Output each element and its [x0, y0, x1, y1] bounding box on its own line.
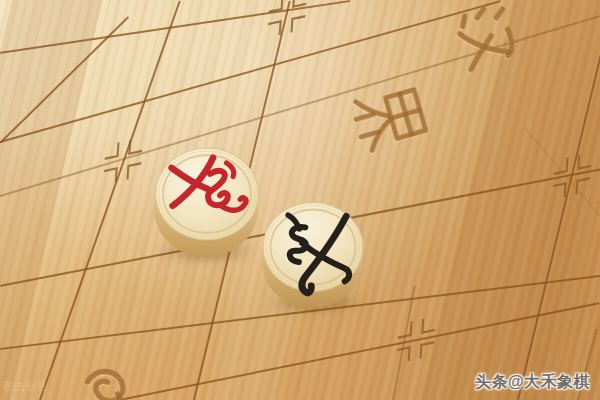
black-cannon-piece — [260, 202, 366, 322]
toutiao-watermark: 头条@大禾象棋 — [475, 372, 590, 393]
red-cannon-piece — [151, 146, 263, 272]
xiangqi-photo-scene: 图虫创意 头条@大禾象棋 — [0, 0, 600, 400]
stock-watermark: 图虫创意 — [3, 379, 47, 394]
